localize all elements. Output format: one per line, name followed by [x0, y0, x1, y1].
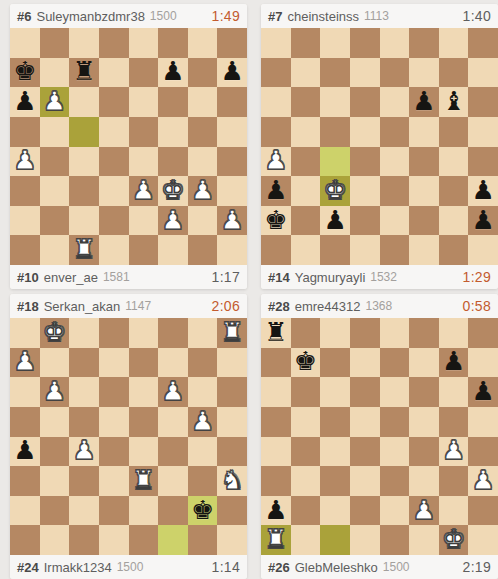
player-bar-top: #28 emre44312 1368 0:58: [261, 294, 498, 318]
square-f1: [158, 525, 188, 555]
square-d3: [99, 466, 129, 496]
square-f3: ♚: [158, 176, 188, 206]
square-a5: [261, 117, 291, 147]
square-c7: [69, 348, 99, 378]
square-f8: [158, 318, 188, 348]
square-c4: [320, 147, 350, 177]
white-king-piece: ♚: [43, 319, 66, 345]
square-a5: [10, 407, 40, 437]
square-h1: [217, 235, 247, 265]
square-b1: [291, 525, 321, 555]
player-rating: 1147: [125, 299, 151, 313]
square-f6: [158, 87, 188, 117]
chess-board[interactable]: ♜♚♟♟♟♟♟♟♜♚: [261, 318, 498, 555]
square-e2: [380, 496, 410, 526]
chess-board[interactable]: ♚♜♟♟♟♟♟♟♚♟♟♟♜: [10, 28, 247, 265]
square-d2: [99, 206, 129, 236]
square-f7: [409, 58, 439, 88]
black-pawn-piece: ♟: [13, 437, 36, 463]
square-b1: [291, 235, 321, 265]
square-g6: ♝: [439, 87, 469, 117]
square-f6: ♟: [158, 377, 188, 407]
square-c2: [320, 496, 350, 526]
square-a7: ♟: [10, 348, 40, 378]
square-b7: [40, 58, 70, 88]
square-d7: [350, 58, 380, 88]
square-g2: [439, 206, 469, 236]
square-g1: [188, 235, 218, 265]
board-number: #24: [17, 560, 39, 575]
white-pawn-piece: ♟: [43, 88, 66, 114]
square-g6: [188, 377, 218, 407]
square-a1: [10, 525, 40, 555]
black-bishop-piece: ♝: [442, 88, 465, 114]
square-c4: [69, 147, 99, 177]
square-g2: [439, 496, 469, 526]
square-a5: [261, 407, 291, 437]
square-h2: ♟: [217, 206, 247, 236]
square-g4: [188, 147, 218, 177]
square-e6: [380, 87, 410, 117]
square-h1: [468, 235, 498, 265]
square-f5: [158, 407, 188, 437]
square-h7: ♟: [217, 58, 247, 88]
square-h1: [217, 525, 247, 555]
square-b4: [40, 147, 70, 177]
square-a2: [10, 496, 40, 526]
player-clock: 1:14: [212, 559, 240, 575]
square-h4: [468, 437, 498, 467]
white-king-piece: ♚: [442, 526, 465, 552]
player-rating: 1532: [370, 270, 397, 284]
square-g1: ♚: [439, 525, 469, 555]
square-e4: [129, 437, 159, 467]
square-f1: [158, 235, 188, 265]
square-c7: ♜: [69, 58, 99, 88]
square-g7: ♟: [439, 348, 469, 378]
square-b5: [40, 117, 70, 147]
square-c1: ♜: [69, 235, 99, 265]
square-h4: [217, 147, 247, 177]
square-d8: [350, 28, 380, 58]
square-e2: [129, 206, 159, 236]
square-e8: [129, 28, 159, 58]
square-e7: [129, 348, 159, 378]
square-h7: [468, 58, 498, 88]
square-f8: [409, 28, 439, 58]
square-f8: [409, 318, 439, 348]
square-g5: [188, 117, 218, 147]
square-h7: [468, 348, 498, 378]
player-clock: 2:19: [463, 559, 491, 575]
square-f5: [158, 117, 188, 147]
player-name: Suleymanbzdmr38: [36, 9, 144, 24]
square-f7: ♟: [158, 58, 188, 88]
square-b7: ♚: [291, 348, 321, 378]
black-pawn-piece: ♟: [442, 348, 465, 374]
square-c4: ♟: [69, 437, 99, 467]
black-pawn-piece: ♟: [472, 378, 495, 404]
square-h6: [217, 87, 247, 117]
square-h8: [468, 318, 498, 348]
square-g3: ♟: [188, 176, 218, 206]
white-pawn-piece: ♟: [264, 147, 287, 173]
square-b2: [291, 206, 321, 236]
black-pawn-piece: ♟: [323, 207, 346, 233]
square-e6: [129, 377, 159, 407]
board-number: #6: [17, 9, 31, 24]
square-d5: [350, 407, 380, 437]
black-king-piece: ♚: [191, 497, 214, 523]
square-c1: [320, 525, 350, 555]
square-f3: [409, 176, 439, 206]
square-g4: ♟: [439, 437, 469, 467]
square-h5: [468, 117, 498, 147]
square-b6: ♟: [40, 87, 70, 117]
square-a3: ♟: [261, 176, 291, 206]
white-pawn-piece: ♟: [13, 147, 36, 173]
square-e3: [380, 176, 410, 206]
player-rating: 1368: [365, 299, 392, 313]
chess-board[interactable]: ♟♝♟♟♚♟♚♟♟: [261, 28, 498, 265]
square-b8: ♚: [40, 318, 70, 348]
square-e1: [380, 525, 410, 555]
square-a8: ♜: [261, 318, 291, 348]
square-b8: [291, 28, 321, 58]
black-pawn-piece: ♟: [13, 88, 36, 114]
square-f7: [158, 348, 188, 378]
square-b3: [291, 176, 321, 206]
square-b4: [40, 437, 70, 467]
player-rating: 1500: [117, 560, 144, 574]
white-knight-piece: ♞: [221, 467, 244, 493]
square-a5: [10, 117, 40, 147]
square-h3: ♞: [217, 466, 247, 496]
square-c7: [320, 348, 350, 378]
black-pawn-piece: ♟: [472, 207, 495, 233]
square-b8: [291, 318, 321, 348]
black-pawn-piece: ♟: [472, 177, 495, 203]
black-king-piece: ♚: [294, 348, 317, 374]
square-e4: [380, 147, 410, 177]
square-e8: [129, 318, 159, 348]
square-g3: [439, 176, 469, 206]
square-a1: [10, 235, 40, 265]
square-c4: [320, 437, 350, 467]
square-f6: ♟: [409, 87, 439, 117]
square-d2: [350, 206, 380, 236]
player-clock: 1:17: [212, 269, 240, 285]
square-c3: ♚: [320, 176, 350, 206]
square-c2: [69, 206, 99, 236]
square-b5: [291, 407, 321, 437]
black-pawn-piece: ♟: [412, 88, 435, 114]
square-d5: [350, 117, 380, 147]
game-card[interactable]: #18 Serkan_akan 1147 2:06 ♚♜♟♟♟♟♟♟♜♞♚ #2…: [10, 294, 247, 579]
square-c8: [69, 318, 99, 348]
square-d2: [350, 496, 380, 526]
square-c5: [320, 407, 350, 437]
square-d7: [99, 58, 129, 88]
square-e8: [380, 318, 410, 348]
white-pawn-piece: ♟: [442, 437, 465, 463]
square-c7: [320, 58, 350, 88]
player-rating: 1113: [364, 9, 389, 23]
player-bar-bottom: #14 Yagmuryayli 1532 1:29: [261, 265, 498, 289]
square-f2: ♟: [409, 496, 439, 526]
square-a3: [261, 466, 291, 496]
square-a6: [261, 87, 291, 117]
square-c6: [69, 377, 99, 407]
board-number: #14: [268, 270, 290, 285]
square-e1: [129, 235, 159, 265]
square-g2: ♚: [188, 496, 218, 526]
square-a3: [10, 466, 40, 496]
square-a2: [10, 206, 40, 236]
square-b5: [40, 407, 70, 437]
square-d7: [99, 348, 129, 378]
square-a2: ♚: [261, 206, 291, 236]
square-d1: [99, 235, 129, 265]
square-f4: [158, 147, 188, 177]
square-b7: [40, 348, 70, 378]
square-b3: [40, 466, 70, 496]
black-pawn-piece: ♟: [221, 58, 244, 84]
player-name: emre44312: [295, 299, 361, 314]
white-pawn-piece: ♟: [43, 378, 66, 404]
square-d4: [99, 437, 129, 467]
player-bar-bottom: #10 enver_ae 1581 1:17: [10, 265, 247, 289]
square-e2: [380, 206, 410, 236]
square-c3: [320, 466, 350, 496]
square-b4: [291, 437, 321, 467]
square-a6: [10, 377, 40, 407]
square-b3: [291, 466, 321, 496]
square-b2: [291, 496, 321, 526]
square-c6: [320, 377, 350, 407]
square-a6: [261, 377, 291, 407]
board-number: #10: [17, 270, 39, 285]
square-f6: [409, 377, 439, 407]
square-h2: ♟: [468, 206, 498, 236]
game-card[interactable]: #7 cheinsteinss 1113 1:40 ♟♝♟♟♚♟♚♟♟ #14 …: [261, 4, 498, 289]
square-d3: [99, 176, 129, 206]
square-g5: ♟: [188, 407, 218, 437]
square-a4: [261, 437, 291, 467]
square-d6: [350, 87, 380, 117]
square-a1: [261, 235, 291, 265]
square-g8: [439, 28, 469, 58]
square-g6: [188, 87, 218, 117]
player-clock: 0:58: [463, 298, 491, 314]
player-name: enver_ae: [44, 270, 98, 285]
square-a3: [10, 176, 40, 206]
square-e5: [380, 117, 410, 147]
square-h6: ♟: [468, 377, 498, 407]
square-f3: [409, 466, 439, 496]
white-pawn-piece: ♟: [132, 177, 155, 203]
black-pawn-piece: ♟: [264, 177, 287, 203]
square-d8: [99, 318, 129, 348]
square-c5: [69, 407, 99, 437]
square-c1: [320, 235, 350, 265]
square-e7: [380, 58, 410, 88]
square-d2: [99, 496, 129, 526]
square-g7: [439, 58, 469, 88]
player-name: Irmakk1234: [44, 560, 112, 575]
white-pawn-piece: ♟: [191, 408, 214, 434]
square-e7: [129, 58, 159, 88]
square-d6: [99, 87, 129, 117]
square-b5: [291, 117, 321, 147]
square-h6: [217, 377, 247, 407]
square-h4: [217, 437, 247, 467]
square-h7: [217, 348, 247, 378]
player-bar-top: #18 Serkan_akan 1147 2:06: [10, 294, 247, 318]
square-g8: [188, 28, 218, 58]
square-b6: ♟: [40, 377, 70, 407]
square-f4: [409, 437, 439, 467]
square-b7: [291, 58, 321, 88]
square-c3: [69, 176, 99, 206]
square-e1: [129, 525, 159, 555]
square-c6: [320, 87, 350, 117]
square-f5: [409, 117, 439, 147]
player-name: GlebMeleshko: [295, 560, 378, 575]
square-b2: [40, 206, 70, 236]
white-pawn-piece: ♟: [161, 207, 184, 233]
square-g1: [439, 235, 469, 265]
white-pawn-piece: ♟: [72, 437, 95, 463]
square-d4: [99, 147, 129, 177]
black-pawn-piece: ♟: [264, 497, 287, 523]
game-card[interactable]: #6 Suleymanbzdmr38 1500 1:49 ♚♜♟♟♟♟♟♟♚♟♟…: [10, 4, 247, 289]
square-a8: [261, 28, 291, 58]
square-f5: [409, 407, 439, 437]
square-e1: [380, 235, 410, 265]
game-card[interactable]: #28 emre44312 1368 0:58 ♜♚♟♟♟♟♟♟♜♚ #26 G…: [261, 294, 498, 579]
square-a8: [10, 318, 40, 348]
black-king-piece: ♚: [13, 58, 36, 84]
square-a4: ♟: [10, 147, 40, 177]
white-king-piece: ♚: [161, 177, 184, 203]
square-e3: ♜: [129, 466, 159, 496]
square-g3: [439, 466, 469, 496]
square-g4: [439, 147, 469, 177]
square-c3: [69, 466, 99, 496]
player-name: cheinsteinss: [287, 9, 359, 24]
square-h8: ♜: [217, 318, 247, 348]
square-e6: [129, 87, 159, 117]
square-e5: [129, 407, 159, 437]
square-g5: [439, 117, 469, 147]
square-a4: ♟: [261, 147, 291, 177]
square-c8: [69, 28, 99, 58]
board-number: #18: [17, 299, 39, 314]
square-g8: [188, 318, 218, 348]
black-pawn-piece: ♟: [161, 58, 184, 84]
square-h3: ♟: [468, 176, 498, 206]
square-b8: [40, 28, 70, 58]
square-c1: [69, 525, 99, 555]
player-clock: 1:40: [463, 8, 491, 24]
square-a8: [10, 28, 40, 58]
square-h3: ♟: [468, 466, 498, 496]
board-number: #26: [268, 560, 290, 575]
square-b1: [40, 235, 70, 265]
square-b3: [40, 176, 70, 206]
square-e6: [380, 377, 410, 407]
square-h8: [468, 28, 498, 58]
white-pawn-piece: ♟: [191, 177, 214, 203]
square-e3: ♟: [129, 176, 159, 206]
black-rook-piece: ♜: [264, 319, 287, 345]
square-b2: [40, 496, 70, 526]
black-king-piece: ♚: [264, 207, 287, 233]
square-c8: [320, 28, 350, 58]
white-pawn-piece: ♟: [221, 207, 244, 233]
player-bar-bottom: #24 Irmakk1234 1500 1:14: [10, 555, 247, 579]
square-f1: [409, 235, 439, 265]
square-e4: [129, 147, 159, 177]
white-pawn-piece: ♟: [161, 378, 184, 404]
square-d1: [350, 235, 380, 265]
square-f8: [158, 28, 188, 58]
square-a7: [261, 348, 291, 378]
player-bar-top: #7 cheinsteinss 1113 1:40: [261, 4, 498, 28]
square-b6: [291, 87, 321, 117]
square-d5: [99, 117, 129, 147]
chess-board[interactable]: ♚♜♟♟♟♟♟♟♜♞♚: [10, 318, 247, 555]
square-h5: [217, 117, 247, 147]
square-a2: ♟: [261, 496, 291, 526]
square-f4: [158, 437, 188, 467]
square-e5: [380, 407, 410, 437]
square-c2: ♟: [320, 206, 350, 236]
white-king-piece: ♚: [323, 177, 346, 203]
square-d1: [99, 525, 129, 555]
square-d5: [99, 407, 129, 437]
white-rook-piece: ♜: [72, 236, 95, 262]
player-name: Yagmuryayli: [295, 270, 366, 285]
square-h5: [468, 407, 498, 437]
player-clock: 2:06: [212, 298, 240, 314]
black-rook-piece: ♜: [72, 58, 95, 84]
player-name: Serkan_akan: [44, 299, 121, 314]
white-rook-piece: ♜: [264, 526, 287, 552]
player-rating: 1500: [150, 9, 177, 23]
square-f2: [409, 206, 439, 236]
square-a7: ♚: [10, 58, 40, 88]
square-d6: [99, 377, 129, 407]
square-h2: [468, 496, 498, 526]
square-h2: [217, 496, 247, 526]
square-h3: [217, 176, 247, 206]
square-h6: [468, 87, 498, 117]
boards-grid: #6 Suleymanbzdmr38 1500 1:49 ♚♜♟♟♟♟♟♟♚♟♟…: [0, 0, 498, 579]
square-h1: [468, 525, 498, 555]
square-f4: [409, 147, 439, 177]
square-a4: ♟: [10, 437, 40, 467]
square-f1: [409, 525, 439, 555]
square-d3: [350, 176, 380, 206]
player-bar-bottom: #26 GlebMeleshko 1500 2:19: [261, 555, 498, 579]
square-a7: [261, 58, 291, 88]
square-b1: [40, 525, 70, 555]
square-c8: [320, 318, 350, 348]
square-d3: [350, 466, 380, 496]
square-g7: [188, 348, 218, 378]
